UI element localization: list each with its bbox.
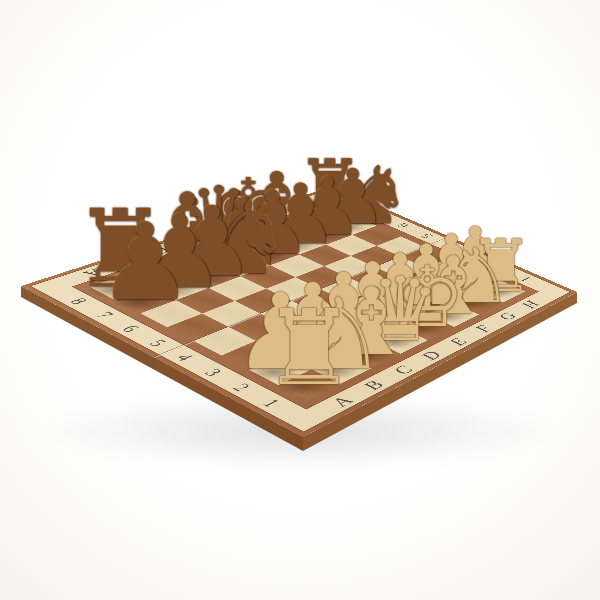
rank-label-left-4-text: 4 [171,351,199,363]
piece-white-rook-a1[interactable]: ♜ [263,296,356,400]
rank-label-left-6-text: 6 [117,323,145,334]
chessboard-product-photo: AABBCCDDEEFFGGHH8877665544332211 ♜♞♝♛♚♝♞… [0,0,600,600]
rank-label-left-3-text: 3 [199,366,227,379]
piece-black-pawn-a7[interactable]: ♟ [97,209,193,316]
rank-label-left-5-text: 5 [144,337,172,349]
